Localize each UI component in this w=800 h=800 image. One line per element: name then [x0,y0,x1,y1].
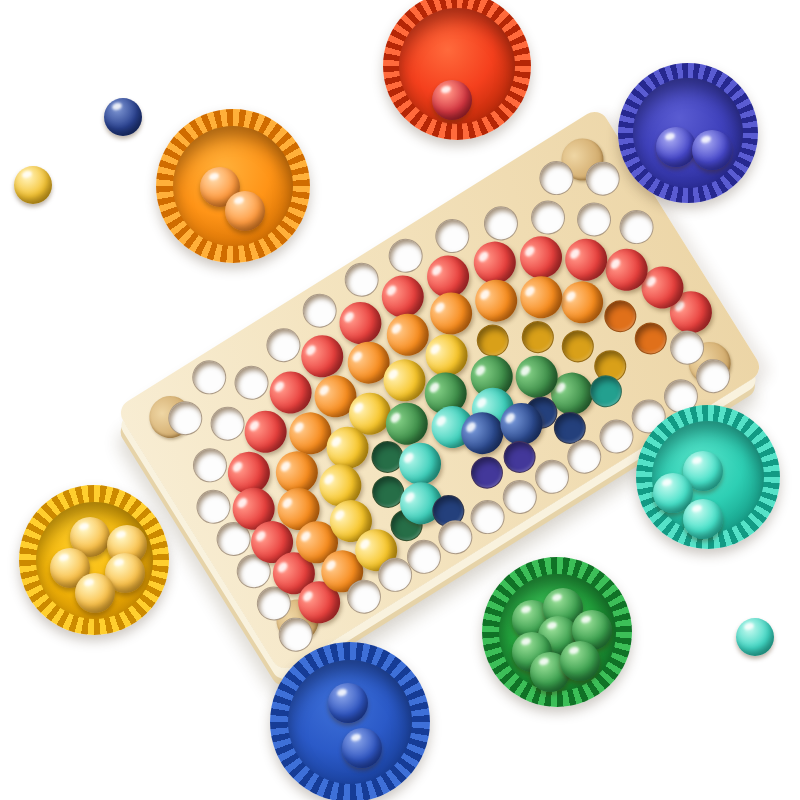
cup-bead-G[interactable] [560,641,600,681]
board-bead-O[interactable] [467,272,525,330]
loose-teal-ball[interactable] [736,618,774,656]
board-hole-empty[interactable] [525,194,572,241]
cup-bead-N2[interactable] [692,130,732,170]
loose-yellow-ball[interactable] [14,166,52,204]
cup-bead-Y2[interactable] [75,573,115,613]
loose-navy-ball[interactable] [104,98,142,136]
board-hole-empty[interactable] [260,322,307,369]
board-hole-empty[interactable] [382,232,429,279]
board-hole-empty[interactable] [571,196,618,243]
board-hole-empty[interactable] [296,287,343,334]
cup-bead-B[interactable] [342,728,382,768]
board-hole-empty[interactable] [478,200,525,247]
cup-bead-N2[interactable] [656,127,696,167]
board-hole-empty[interactable] [429,213,476,260]
rainbow-bead-board-scene [0,0,800,800]
cup-bead-T[interactable] [683,499,723,539]
board-hole-empty[interactable] [187,442,234,489]
cup-bead-B[interactable] [328,683,368,723]
board-hole-empty[interactable] [204,400,251,447]
board-bead-R[interactable] [557,231,615,289]
cup-bead-R[interactable] [432,80,472,120]
cup-bead-O[interactable] [225,191,265,231]
board-hole-empty[interactable] [228,359,275,406]
board-hole-empty[interactable] [338,256,385,303]
board-sunken-bead-y[interactable] [516,315,560,359]
board-hole-empty[interactable] [186,354,233,401]
board-hole-empty[interactable] [613,204,660,251]
board-sunken-bead-o[interactable] [629,316,673,360]
board-bead-O[interactable] [512,268,570,326]
